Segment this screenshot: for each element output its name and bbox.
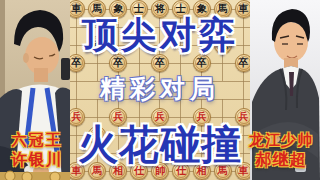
video-thumbnail: 車馬象士将士象馬車砲砲卒卒卒卒卒兵兵兵兵兵炮炮車馬相仕帥仕相馬車 bbox=[0, 0, 320, 180]
player-right-label: 龙江少帅 郝继超 bbox=[242, 130, 320, 170]
subtitle: 精彩对局 bbox=[0, 72, 320, 105]
player-left-name: 许银川 bbox=[0, 150, 74, 170]
player-right-title: 龙江少帅 bbox=[242, 130, 320, 150]
player-left-label: 六冠王 许银川 bbox=[0, 130, 74, 170]
player-left-title: 六冠王 bbox=[0, 130, 74, 150]
player-right-name: 郝继超 bbox=[242, 150, 320, 170]
title-top: 顶尖对弈 bbox=[0, 11, 320, 60]
